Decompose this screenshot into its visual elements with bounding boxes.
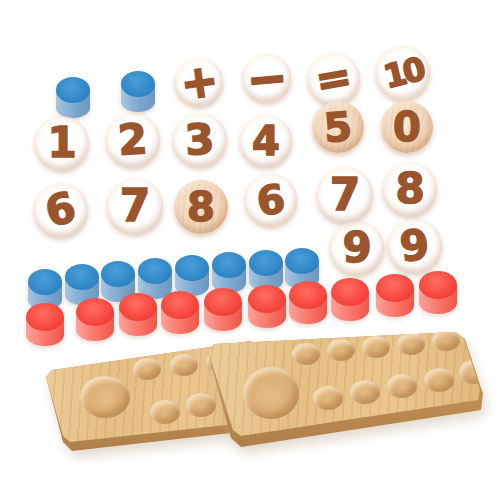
red-peg bbox=[376, 274, 414, 317]
red-peg bbox=[204, 288, 242, 331]
coin-engraving: 2 bbox=[117, 118, 149, 162]
number-coin-ten-3: 10 bbox=[376, 46, 430, 100]
red-peg bbox=[76, 298, 114, 341]
board-small-recess bbox=[350, 380, 380, 404]
counting-board-front bbox=[195, 320, 495, 455]
number-coin-7-11: 7 bbox=[107, 178, 163, 234]
number-coin-5-8: 5 bbox=[312, 101, 364, 153]
product-photo-montessori-math-toy: +−=1012345067867899 bbox=[0, 0, 500, 500]
board-small-recess bbox=[432, 329, 460, 351]
peg-top-face bbox=[175, 255, 209, 281]
peg-top-face bbox=[119, 293, 157, 321]
number-coin-plus-0: + bbox=[175, 58, 223, 106]
number-coin-9-17: 9 bbox=[388, 219, 442, 273]
coin-engraving: − bbox=[245, 52, 289, 103]
board-small-recess bbox=[459, 360, 489, 384]
board-small-recess bbox=[150, 400, 180, 424]
blue-peg bbox=[212, 252, 246, 293]
number-coin-0-9: 0 bbox=[381, 101, 433, 153]
board-small-recess bbox=[133, 358, 161, 380]
red-peg bbox=[248, 285, 286, 328]
peg-top-face bbox=[212, 252, 246, 278]
coin-engraving: 1 bbox=[47, 122, 76, 164]
peg-top-face bbox=[248, 285, 286, 313]
peg-top-face bbox=[204, 288, 242, 316]
coin-engraving: 7 bbox=[330, 173, 361, 217]
board-surface bbox=[195, 320, 495, 455]
peg-top-face bbox=[419, 271, 457, 299]
board-small-recess bbox=[313, 386, 343, 410]
red-peg bbox=[119, 293, 157, 336]
peg-top-face bbox=[65, 264, 99, 290]
coin-engraving: 9 bbox=[342, 227, 371, 269]
coin-engraving: 0 bbox=[393, 107, 421, 147]
coin-engraving: 6 bbox=[42, 186, 81, 234]
peg-top-face bbox=[76, 298, 114, 326]
board-small-recess bbox=[170, 354, 198, 376]
peg-top-face bbox=[121, 71, 155, 97]
coin-engraving: 3 bbox=[184, 118, 216, 162]
red-peg bbox=[419, 271, 457, 314]
peg-top-face bbox=[28, 269, 62, 295]
peg-top-face bbox=[101, 261, 135, 287]
number-coin-6-10: 6 bbox=[34, 183, 88, 237]
board-large-recess bbox=[80, 376, 130, 418]
peg-top-face bbox=[138, 258, 172, 284]
number-coin-3-6: 3 bbox=[173, 113, 227, 167]
board-large-recess bbox=[243, 367, 299, 419]
peg-top-face bbox=[285, 248, 319, 274]
number-coin-7-14: 7 bbox=[317, 167, 373, 223]
red-peg bbox=[26, 303, 64, 346]
number-coin-1-4: 1 bbox=[35, 116, 89, 170]
board-small-recess bbox=[327, 339, 355, 361]
coin-engraving: 7 bbox=[120, 184, 151, 228]
peg-top-face bbox=[26, 303, 64, 331]
coin-engraving: 5 bbox=[322, 106, 353, 148]
number-coin-9-16: 9 bbox=[330, 221, 384, 275]
number-coin-4-7: 4 bbox=[240, 115, 292, 167]
blue-peg bbox=[121, 71, 155, 112]
peg-top-face bbox=[376, 274, 414, 302]
red-peg bbox=[289, 281, 327, 324]
board-small-recess bbox=[362, 336, 390, 358]
board-small-recess bbox=[292, 343, 320, 365]
number-coin-minus-1: − bbox=[243, 54, 291, 102]
coin-engraving: 6 bbox=[254, 178, 287, 221]
coin-engraving: + bbox=[178, 58, 221, 107]
blue-peg bbox=[56, 77, 90, 118]
red-peg bbox=[331, 278, 369, 321]
coin-engraving: 4 bbox=[252, 121, 280, 161]
coin-engraving: 10 bbox=[380, 53, 425, 93]
red-peg bbox=[161, 291, 199, 334]
peg-top-face bbox=[331, 278, 369, 306]
number-coin-equals-2: = bbox=[308, 53, 360, 105]
coin-engraving: = bbox=[313, 55, 355, 102]
peg-top-face bbox=[249, 250, 283, 276]
peg-top-face bbox=[161, 291, 199, 319]
peg-top-face bbox=[56, 77, 90, 103]
number-coin-2-5: 2 bbox=[106, 113, 160, 167]
number-coin-8-15: 8 bbox=[383, 162, 437, 216]
board-small-recess bbox=[424, 368, 454, 392]
number-coin-8-12: 8 bbox=[174, 180, 228, 234]
coin-engraving: 8 bbox=[395, 168, 424, 210]
peg-top-face bbox=[289, 281, 327, 309]
board-small-recess bbox=[387, 374, 417, 398]
board-small-recess bbox=[397, 333, 425, 355]
number-coin-6-13: 6 bbox=[245, 174, 297, 226]
coin-engraving: 8 bbox=[187, 187, 215, 227]
coin-engraving: 9 bbox=[398, 224, 431, 269]
